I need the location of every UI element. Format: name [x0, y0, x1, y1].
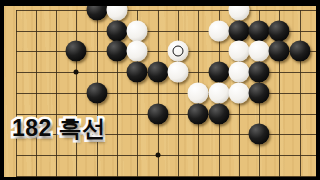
- video-frame: { "game": "go", "caption": { "text": "18…: [0, 0, 320, 180]
- go-board: [4, 6, 316, 177]
- grid-line-horizontal: [16, 10, 317, 11]
- white-stone: [127, 41, 148, 62]
- white-stone: [127, 20, 148, 41]
- black-stone: [147, 62, 168, 83]
- black-stone: [127, 62, 148, 83]
- white-stone: [228, 62, 249, 83]
- black-stone: [107, 41, 128, 62]
- white-stone: [228, 6, 249, 21]
- black-stone: [289, 41, 310, 62]
- white-stone: [107, 6, 128, 21]
- grid-line-horizontal: [16, 93, 317, 94]
- white-stone: [249, 41, 270, 62]
- black-stone: [249, 82, 270, 103]
- white-stone: [208, 82, 229, 103]
- black-stone: [208, 62, 229, 83]
- black-stone: [107, 20, 128, 41]
- black-stone: [66, 41, 87, 62]
- black-stone: [188, 103, 209, 124]
- last-move-circle-marker: [172, 46, 183, 57]
- black-stone: [208, 103, 229, 124]
- black-stone: [228, 20, 249, 41]
- white-stone: [167, 41, 188, 62]
- black-stone: [269, 20, 290, 41]
- star-point: [155, 152, 160, 157]
- black-stone: [147, 103, 168, 124]
- black-stone: [249, 124, 270, 145]
- white-stone: [188, 82, 209, 103]
- black-stone: [249, 20, 270, 41]
- grid-line-horizontal: [16, 155, 317, 156]
- black-stone: [269, 41, 290, 62]
- black-stone: [249, 62, 270, 83]
- white-stone: [167, 62, 188, 83]
- problem-caption: 182 흑선: [12, 116, 106, 141]
- white-stone: [228, 41, 249, 62]
- star-point: [74, 70, 79, 75]
- white-stone: [208, 20, 229, 41]
- black-stone: [86, 82, 107, 103]
- black-stone: [86, 6, 107, 21]
- white-stone: [228, 82, 249, 103]
- grid-line-horizontal: [16, 176, 317, 177]
